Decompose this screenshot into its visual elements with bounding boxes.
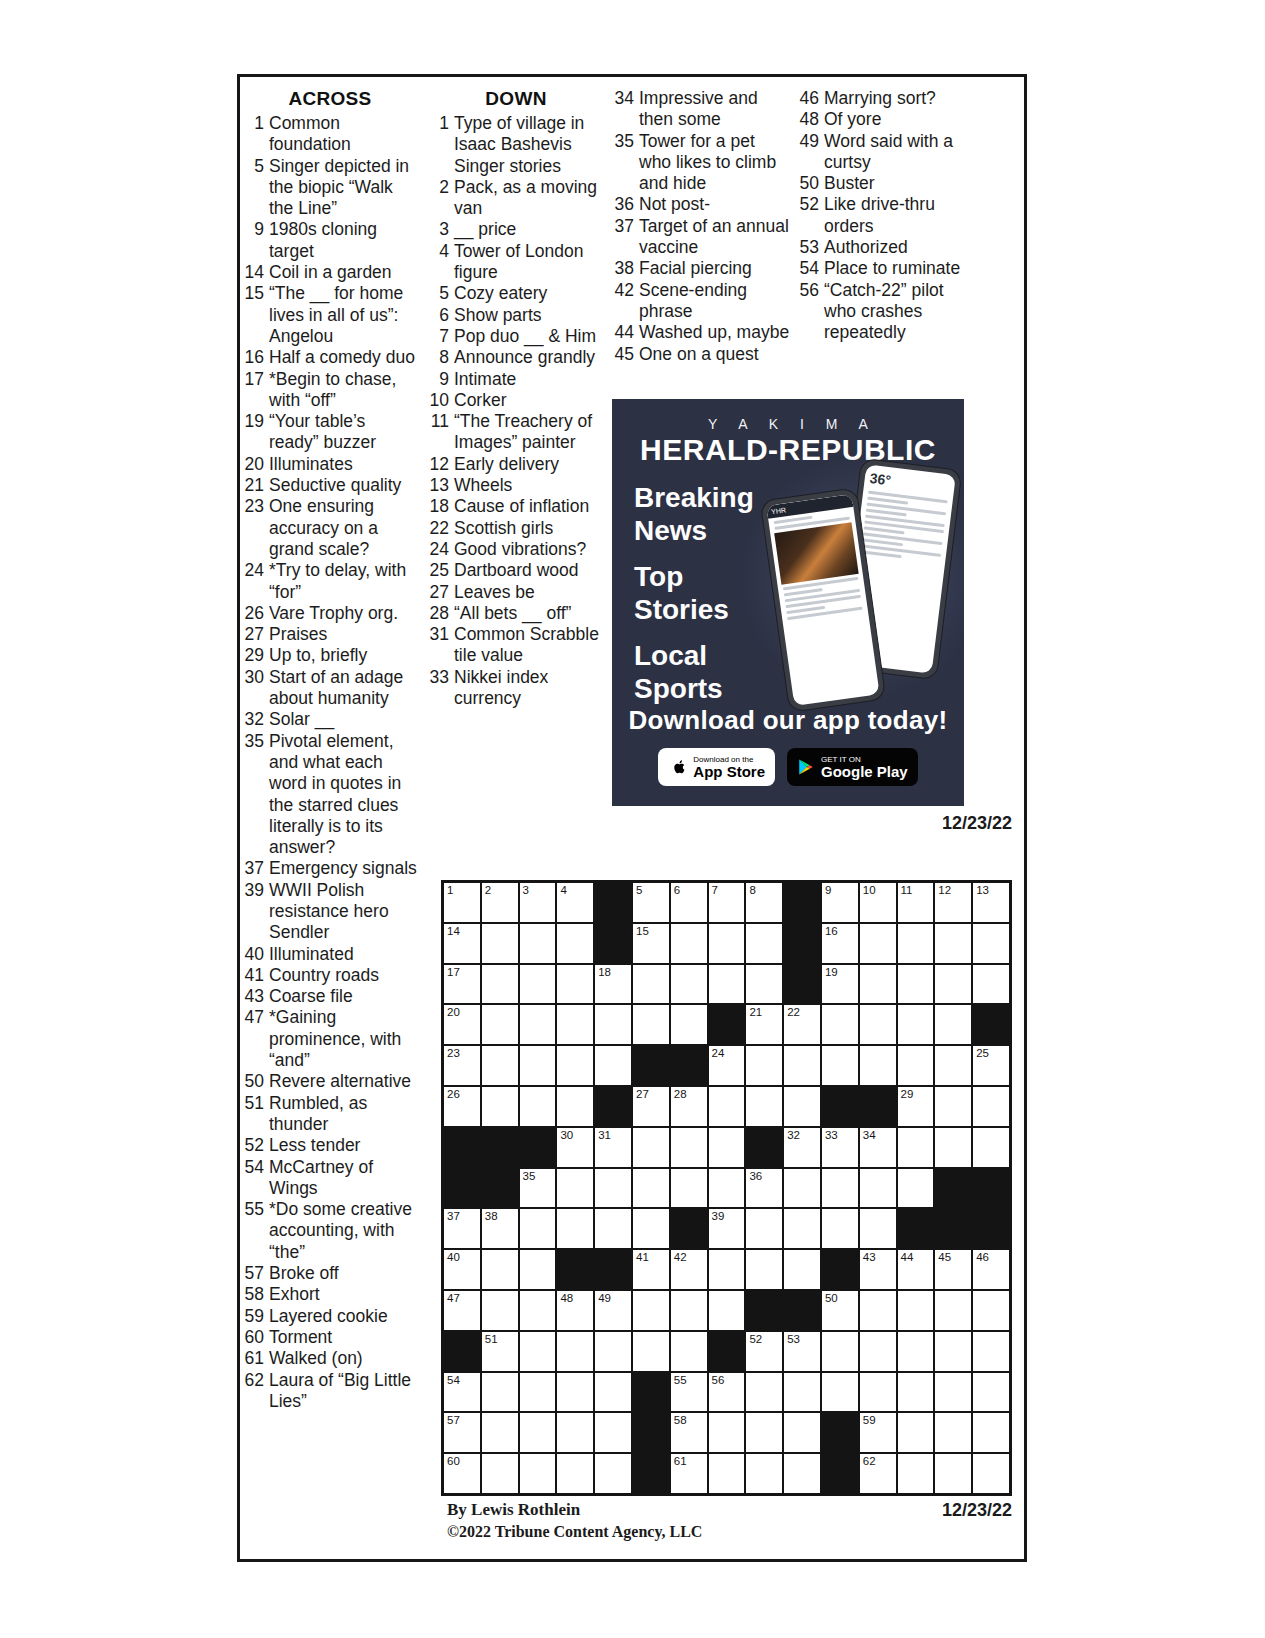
grid-cell[interactable] [520,1005,556,1044]
grid-cell[interactable] [935,924,971,963]
cell-number: 21 [749,1006,762,1018]
grid-cell[interactable] [482,1005,518,1044]
app-store-badge[interactable]: Download on the App Store [658,748,775,786]
clue-number: 4 [427,241,454,284]
grid-cell[interactable] [973,924,1009,963]
crossword-page: { "game": "crossword", "title": "LA Time… [0,0,1265,1638]
cell-number: 2 [485,884,491,896]
grid-cell[interactable]: 20 [444,1005,480,1044]
grid-cell[interactable] [633,1128,669,1167]
grid-black-cell [709,1005,745,1044]
grid-cell[interactable] [709,1087,745,1126]
grid-cell[interactable]: 58 [671,1413,707,1452]
grid-cell[interactable] [520,1413,556,1452]
grid-cell[interactable] [520,1209,556,1248]
cell-number: 9 [825,884,831,896]
grid-cell[interactable] [973,1373,1009,1412]
grid-cell[interactable] [482,1087,518,1126]
grid-cell[interactable]: 61 [671,1454,707,1493]
grid-cell[interactable]: 16 [822,924,858,963]
grid-cell[interactable] [520,1291,556,1330]
grid-cell[interactable]: 53 [784,1332,820,1371]
grid-cell[interactable] [482,1046,518,1085]
grid-cell[interactable] [557,1046,593,1085]
grid-cell[interactable]: 27 [633,1087,669,1126]
clue-down-5: 5Cozy eatery [427,283,605,304]
grid-cell[interactable] [898,1373,934,1412]
grid-cell[interactable] [746,1250,782,1289]
grid-cell[interactable]: 26 [444,1087,480,1126]
grid-cell[interactable] [520,1373,556,1412]
grid-cell[interactable] [520,1250,556,1289]
grid-cell[interactable] [860,1169,896,1208]
grid-cell[interactable] [482,1413,518,1452]
clue-number: 15 [242,283,269,347]
across-list: 1Common foundation5Singer depicted in th… [242,113,418,1412]
grid-cell[interactable] [595,1332,631,1371]
clue-text: Tower of London figure [454,241,605,284]
grid-cell[interactable] [520,924,556,963]
grid-cell[interactable]: 54 [444,1373,480,1412]
grid-black-cell [671,1209,707,1248]
grid-cell[interactable] [973,1413,1009,1452]
grid-cell[interactable] [898,1454,934,1493]
grid-cell[interactable] [973,1128,1009,1167]
grid-cell[interactable] [482,1454,518,1493]
clue-down-44: 44Washed up, maybe [612,322,790,343]
grid-cell[interactable]: 34 [860,1128,896,1167]
grid-cell[interactable] [709,1291,745,1330]
grid-black-cell [444,1128,480,1167]
grid-black-cell [746,1128,782,1167]
grid-cell[interactable]: 3 [520,883,556,922]
grid-cell[interactable] [746,1413,782,1452]
clue-number: 29 [242,645,269,666]
clue-text: Authorized [824,237,969,258]
clue-across-52: 52Less tender [242,1135,418,1156]
newspaper-app-ad: Y A K I M A HERALD-REPUBLIC Breaking New… [612,399,964,806]
clue-across-62: 62Laura of “Big Little Lies” [242,1370,418,1413]
grid-cell[interactable] [935,965,971,1004]
cell-number: 15 [636,925,649,937]
grid-cell[interactable]: 59 [860,1413,896,1452]
grid-cell[interactable]: 44 [898,1250,934,1289]
clue-across-14: 14Coil in a garden [242,262,418,283]
clue-text: Up to, briefly [269,645,418,666]
grid-cell[interactable] [935,1332,971,1371]
grid-cell[interactable] [482,1291,518,1330]
grid-cell[interactable] [595,1454,631,1493]
grid-cell[interactable] [595,1413,631,1452]
grid-cell[interactable] [557,924,593,963]
grid-cell[interactable] [784,1209,820,1248]
grid-cell[interactable]: 37 [444,1209,480,1248]
grid-cell[interactable]: 11 [898,883,934,922]
cell-number: 39 [712,1210,725,1222]
grid-cell[interactable]: 29 [898,1087,934,1126]
clue-across-21: 21Seductive quality [242,475,418,496]
grid-cell[interactable] [973,1087,1009,1126]
clue-text: “Your table’s ready” buzzer [269,411,418,454]
grid-cell[interactable] [671,1128,707,1167]
grid-black-cell [633,1413,669,1452]
grid-cell[interactable] [520,1046,556,1085]
clue-text: Vare Trophy org. [269,603,418,624]
grid-cell[interactable] [860,1332,896,1371]
cell-number: 17 [447,966,460,978]
grid-cell[interactable] [784,1046,820,1085]
grid-cell[interactable] [595,1005,631,1044]
clue-down-8: 8Announce grandly [427,347,605,368]
grid-cell[interactable] [709,1128,745,1167]
clue-down-52: 52Like drive-thru orders [797,194,969,237]
grid-cell[interactable] [860,924,896,963]
grid-cell[interactable] [973,1291,1009,1330]
grid-cell[interactable] [898,1169,934,1208]
clue-across-32: 32Solar __ [242,709,418,730]
grid-cell[interactable]: 55 [671,1373,707,1412]
grid-cell[interactable] [671,1291,707,1330]
grid-cell[interactable] [935,1291,971,1330]
grid-cell[interactable] [671,924,707,963]
news-photo-thumbnail [774,522,858,584]
grid-cell[interactable]: 32 [784,1128,820,1167]
grid-cell[interactable] [557,1454,593,1493]
grid-cell[interactable] [898,1291,934,1330]
google-play-badge[interactable]: GET IT ON Google Play [787,748,918,786]
grid-cell[interactable] [482,1250,518,1289]
grid-cell[interactable]: 39 [709,1209,745,1248]
down-list-1: 1Type of village in Isaac Bashevis Singe… [427,113,605,709]
grid-cell[interactable]: 51 [482,1332,518,1371]
grid-cell[interactable] [860,1046,896,1085]
clue-down-25: 25Dartboard wood [427,560,605,581]
grid-cell[interactable]: 23 [444,1046,480,1085]
clue-text: Impressive and then some [639,88,790,131]
grid-black-cell [595,1250,631,1289]
clue-down-38: 38Facial piercing [612,258,790,279]
grid-cell[interactable] [746,965,782,1004]
grid-black-cell [671,1046,707,1085]
grid-black-cell [444,1332,480,1371]
grid-cell[interactable]: 14 [444,924,480,963]
grid-cell[interactable]: 36 [746,1169,782,1208]
grid-cell[interactable] [784,1413,820,1452]
clue-down-22: 22Scottish girls [427,518,605,539]
grid-cell[interactable]: 6 [671,883,707,922]
grid-cell[interactable]: 42 [671,1250,707,1289]
grid-cell[interactable] [822,1373,858,1412]
grid-black-cell [746,1291,782,1330]
clues-across-column: ACROSS 1Common foundation5Singer depicte… [242,88,418,1412]
grid-cell[interactable] [860,965,896,1004]
grid-cell[interactable] [746,924,782,963]
grid-cell[interactable] [784,1373,820,1412]
grid-cell[interactable] [822,1332,858,1371]
cell-number: 42 [674,1251,687,1263]
clue-down-33: 33Nikkei index currency [427,667,605,710]
grid-cell[interactable] [520,1454,556,1493]
grid-cell[interactable] [633,1209,669,1248]
grid-cell[interactable] [557,1413,593,1452]
grid-cell[interactable] [633,1005,669,1044]
grid-cell[interactable]: 62 [860,1454,896,1493]
grid-cell[interactable] [520,1332,556,1371]
clue-text: McCartney of Wings [269,1157,418,1200]
clue-down-45: 45One on a quest [612,344,790,365]
clue-number: 34 [612,88,639,131]
grid-cell[interactable] [557,1373,593,1412]
grid-cell[interactable] [746,1046,782,1085]
grid-cell[interactable] [746,1209,782,1248]
grid-cell[interactable]: 19 [822,965,858,1004]
grid-cell[interactable] [633,1291,669,1330]
grid-cell[interactable] [898,1413,934,1452]
clue-number: 14 [242,262,269,283]
clue-across-16: 16Half a comedy duo [242,347,418,368]
grid-cell[interactable]: 12 [935,883,971,922]
grid-cell[interactable]: 43 [860,1250,896,1289]
grid-cell[interactable]: 8 [746,883,782,922]
grid-cell[interactable]: 25 [973,1046,1009,1085]
clue-number: 35 [612,131,639,195]
grid-cell[interactable]: 5 [633,883,669,922]
grid-cell[interactable] [557,1005,593,1044]
clue-number: 18 [427,496,454,517]
grid-cell[interactable]: 57 [444,1413,480,1452]
grid-cell[interactable]: 46 [973,1250,1009,1289]
grid-cell[interactable] [860,1291,896,1330]
grid-cell[interactable]: 22 [784,1005,820,1044]
clue-number: 23 [242,496,269,560]
grid-cell[interactable] [557,1209,593,1248]
clue-text: Early delivery [454,454,605,475]
clue-text: Target of an annual vaccine [639,216,790,259]
grid-cell[interactable]: 2 [482,883,518,922]
grid-cell[interactable] [709,1169,745,1208]
clue-text: Nikkei index currency [454,667,605,710]
grid-black-cell [860,1087,896,1126]
cell-number: 40 [447,1251,460,1263]
clue-text: “The Treachery of Images” painter [454,411,605,454]
grid-cell[interactable] [784,1087,820,1126]
grid-cell[interactable] [973,1454,1009,1493]
cell-number: 38 [485,1210,498,1222]
grid-cell[interactable] [520,965,556,1004]
grid-cell[interactable] [935,1454,971,1493]
grid-cell[interactable] [671,1332,707,1371]
clue-down-4: 4Tower of London figure [427,241,605,284]
clue-number: 28 [427,603,454,624]
grid-cell[interactable] [557,1087,593,1126]
across-header: ACROSS [242,88,418,110]
grid-cell[interactable]: 38 [482,1209,518,1248]
grid-cell[interactable] [935,1046,971,1085]
grid-cell[interactable] [898,965,934,1004]
clues-down-column-4: 46Marrying sort?48Of yore49Word said wit… [797,88,969,344]
grid-cell[interactable] [595,1169,631,1208]
grid-cell[interactable]: 4 [557,883,593,922]
grid-cell[interactable] [935,1413,971,1452]
grid-cell[interactable] [746,1087,782,1126]
cell-number: 5 [636,884,642,896]
grid-cell[interactable]: 28 [671,1087,707,1126]
cell-number: 20 [447,1006,460,1018]
grid-black-cell [482,1128,518,1167]
grid-cell[interactable] [557,1169,593,1208]
grid-cell[interactable]: 30 [557,1128,593,1167]
cell-number: 50 [825,1292,838,1304]
grid-cell[interactable] [633,965,669,1004]
clue-down-13: 13Wheels [427,475,605,496]
grid-cell[interactable]: 13 [973,883,1009,922]
grid-cell[interactable] [822,1046,858,1085]
grid-cell[interactable] [671,965,707,1004]
grid-cell[interactable] [671,1005,707,1044]
grid-cell[interactable]: 40 [444,1250,480,1289]
grid-cell[interactable]: 45 [935,1250,971,1289]
grid-cell[interactable] [860,1209,896,1248]
grid-cell[interactable] [898,1128,934,1167]
grid-cell[interactable] [709,1454,745,1493]
grid-black-cell [898,1209,934,1248]
clue-text: Pivotal element, and what each word in q… [269,731,418,859]
grid-black-cell [822,1413,858,1452]
grid-cell[interactable] [746,1454,782,1493]
grid-cell[interactable] [746,1373,782,1412]
grid-cell[interactable] [709,924,745,963]
grid-black-cell [482,1169,518,1208]
grid-cell[interactable] [935,1087,971,1126]
grid-cell[interactable] [935,1373,971,1412]
grid-cell[interactable] [822,1209,858,1248]
clue-text: Walked (on) [269,1348,418,1369]
grid-cell[interactable]: 15 [633,924,669,963]
cell-number: 61 [674,1455,687,1467]
grid-cell[interactable] [482,965,518,1004]
grid-cell[interactable]: 17 [444,965,480,1004]
cell-number: 16 [825,925,838,937]
grid-cell[interactable]: 33 [822,1128,858,1167]
clue-number: 1 [242,113,269,156]
clue-number: 54 [242,1157,269,1200]
clue-text: Singer depicted in the biopic “Walk the … [269,156,418,220]
clue-number: 1 [427,113,454,177]
grid-cell[interactable] [898,1332,934,1371]
grid-cell[interactable] [709,1413,745,1452]
clue-text: Pack, as a moving van [454,177,605,220]
grid-cell[interactable] [898,1005,934,1044]
clue-text: Show parts [454,305,605,326]
play-triangle-icon [797,757,815,777]
grid-cell[interactable] [935,1005,971,1044]
clue-number: 52 [242,1135,269,1156]
cell-number: 44 [901,1251,914,1263]
clue-across-35: 35Pivotal element, and what each word in… [242,731,418,859]
clue-number: 51 [242,1093,269,1136]
grid-cell[interactable]: 7 [709,883,745,922]
grid-cell[interactable] [557,1332,593,1371]
clue-down-3: 3__ price [427,219,605,240]
grid-cell[interactable]: 50 [822,1291,858,1330]
clue-text: Rumbled, as thunder [269,1093,418,1136]
grid-cell[interactable] [860,1373,896,1412]
clue-text: One on a quest [639,344,790,365]
grid-cell[interactable] [784,1250,820,1289]
grid-cell[interactable] [595,1373,631,1412]
grid-cell[interactable] [709,1250,745,1289]
grid-cell[interactable]: 48 [557,1291,593,1330]
grid-cell[interactable]: 52 [746,1332,782,1371]
grid-cell[interactable] [935,1128,971,1167]
clue-number: 33 [427,667,454,710]
grid-cell[interactable] [973,1332,1009,1371]
grid-cell[interactable] [822,1005,858,1044]
cell-number: 52 [749,1333,762,1345]
grid-cell[interactable] [898,1046,934,1085]
grid-cell[interactable] [784,1454,820,1493]
cell-number: 24 [712,1047,725,1059]
grid-cell[interactable]: 49 [595,1291,631,1330]
cell-number: 25 [976,1047,989,1059]
grid-cell[interactable] [633,1332,669,1371]
grid-black-cell [822,1454,858,1493]
grid-cell[interactable]: 60 [444,1454,480,1493]
clue-number: 62 [242,1370,269,1413]
grid-cell[interactable]: 18 [595,965,631,1004]
grid-cell[interactable]: 1 [444,883,480,922]
grid-cell[interactable] [557,965,593,1004]
grid-cell[interactable] [784,1169,820,1208]
grid-cell[interactable] [482,1373,518,1412]
grid-cell[interactable] [822,1169,858,1208]
ad-brand: HERALD-REPUBLIC [612,433,964,467]
clue-text: Torment [269,1327,418,1348]
grid-cell[interactable]: 21 [746,1005,782,1044]
grid-cell[interactable] [709,965,745,1004]
clue-down-49: 49Word said with a curtsy [797,131,969,174]
grid-cell[interactable] [520,1087,556,1126]
clue-down-18: 18Cause of inflation [427,496,605,517]
grid-cell[interactable]: 9 [822,883,858,922]
clue-number: 26 [242,603,269,624]
cell-number: 10 [863,884,876,896]
grid-cell[interactable]: 24 [709,1046,745,1085]
clue-number: 6 [427,305,454,326]
down-header: DOWN [427,88,605,110]
grid-cell[interactable]: 10 [860,883,896,922]
cell-number: 23 [447,1047,460,1059]
grid-cell[interactable] [671,1169,707,1208]
grid-cell[interactable] [633,1169,669,1208]
clue-across-24: 24*Try to delay, with “for” [242,560,418,603]
grid-cell[interactable]: 31 [595,1128,631,1167]
clue-number: 19 [242,411,269,454]
grid-cell[interactable]: 47 [444,1291,480,1330]
grid-black-cell [822,1087,858,1126]
grid-cell[interactable]: 56 [709,1373,745,1412]
grid-cell[interactable]: 35 [520,1169,556,1208]
grid-cell[interactable] [973,965,1009,1004]
grid-cell[interactable] [595,1046,631,1085]
clue-text: Of yore [824,109,969,130]
grid-cell[interactable] [595,1209,631,1248]
grid-cell[interactable]: 41 [633,1250,669,1289]
grid-cell[interactable] [898,924,934,963]
grid-cell[interactable] [482,924,518,963]
clue-number: 58 [242,1284,269,1305]
grid-cell[interactable] [860,1005,896,1044]
